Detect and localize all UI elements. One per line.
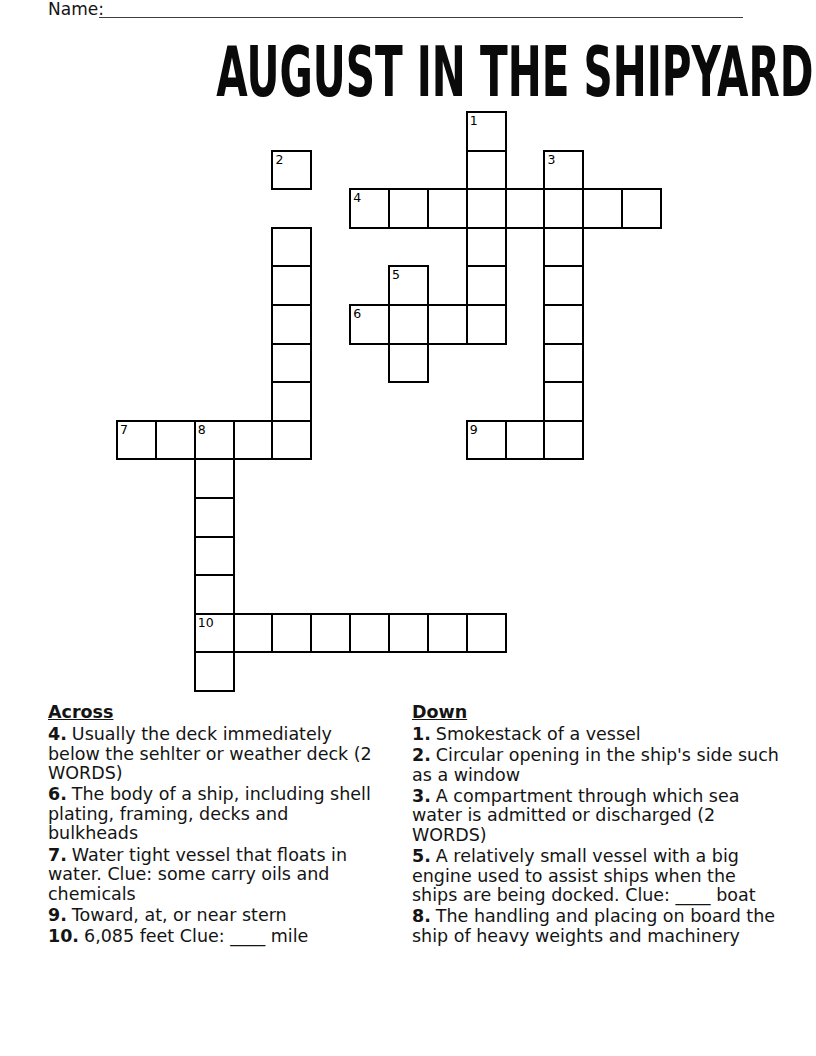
- grid-cell-r11c2[interactable]: [195, 537, 234, 576]
- down-header: Down: [412, 702, 780, 722]
- grid-cell-r3c9[interactable]: [467, 228, 506, 267]
- grid-cell-r12c2[interactable]: [195, 575, 234, 614]
- cell-number: 1: [470, 114, 478, 127]
- grid-cell-r1c4[interactable]: 2: [272, 151, 311, 190]
- grid-cell-r3c4[interactable]: [272, 228, 311, 267]
- cell-number: 2: [275, 153, 283, 166]
- clue-text: A compartment through which sea water is…: [412, 786, 739, 845]
- grid-cell-r8c3[interactable]: [234, 421, 273, 460]
- grid-cell-r7c4[interactable]: [272, 382, 311, 421]
- cell-number: 8: [198, 423, 206, 436]
- grid-cell-r9c2[interactable]: [195, 459, 234, 498]
- grid-cell-r5c11[interactable]: [544, 305, 583, 344]
- clue-down-2: 2.Circular opening in the ship's side su…: [412, 746, 780, 785]
- grid-cell-r8c11[interactable]: [544, 421, 583, 460]
- grid-cell-r4c7[interactable]: 5: [389, 266, 428, 305]
- grid-cell-r13c7[interactable]: [389, 614, 428, 653]
- clue-text: Circular opening in the ship's side such…: [412, 745, 779, 785]
- grid-cell-r13c5[interactable]: [311, 614, 350, 653]
- cell-number: 9: [470, 423, 478, 436]
- grid-cell-r2c11[interactable]: [544, 189, 583, 228]
- grid-cell-r2c6[interactable]: 4: [350, 189, 389, 228]
- clue-text: The body of a ship, including shell plat…: [48, 784, 371, 843]
- grid-cell-r13c9[interactable]: [467, 614, 506, 653]
- grid-cell-r8c9[interactable]: 9: [467, 421, 506, 460]
- clue-text: Toward, at, or near stern: [72, 905, 287, 925]
- grid-cell-r5c8[interactable]: [428, 305, 467, 344]
- clue-down-3: 3.A compartment through which sea water …: [412, 787, 780, 846]
- clue-number: 1.: [412, 724, 431, 744]
- grid-cell-r5c6[interactable]: 6: [350, 305, 389, 344]
- grid-cell-r5c7[interactable]: [389, 305, 428, 344]
- clue-number: 9.: [48, 905, 67, 925]
- cell-number: 6: [353, 307, 361, 320]
- grid-cell-r2c9[interactable]: [467, 189, 506, 228]
- clue-text: A relatively small vessel with a big eng…: [412, 846, 756, 905]
- grid-cell-r2c8[interactable]: [428, 189, 467, 228]
- grid-cell-r14c2[interactable]: [195, 652, 234, 691]
- clue-down-1: 1.Smokestack of a vessel: [412, 725, 780, 745]
- cell-number: 3: [547, 153, 555, 166]
- clue-across-10: 10.6,085 feet Clue: ____ mile: [48, 927, 380, 947]
- clue-text: Water tight vessel that floats in water.…: [48, 845, 347, 904]
- grid-cell-r8c2[interactable]: 8: [195, 421, 234, 460]
- grid-cell-r3c11[interactable]: [544, 228, 583, 267]
- down-clues-section: Down 1.Smokestack of a vessel2.Circular …: [412, 702, 780, 948]
- clue-number: 5.: [412, 846, 431, 866]
- grid-cell-r8c10[interactable]: [506, 421, 545, 460]
- grid-cell-r13c8[interactable]: [428, 614, 467, 653]
- grid-cell-r4c4[interactable]: [272, 266, 311, 305]
- grid-cell-r6c11[interactable]: [544, 344, 583, 383]
- grid-cell-r10c2[interactable]: [195, 498, 234, 537]
- name-fill-line[interactable]: [99, 2, 743, 18]
- grid-cell-r2c7[interactable]: [389, 189, 428, 228]
- grid-cell-r8c0[interactable]: 7: [117, 421, 156, 460]
- clue-number: 10.: [48, 926, 79, 946]
- grid-cell-r0c9[interactable]: 1: [467, 112, 506, 151]
- page-title: AUGUST IN THE SHIPYARD: [0, 37, 816, 107]
- down-clue-list: 1.Smokestack of a vessel2.Circular openi…: [412, 725, 780, 947]
- clue-across-7: 7.Water tight vessel that floats in wate…: [48, 846, 380, 905]
- clue-text: Usually the deck immediately below the s…: [48, 724, 372, 783]
- clue-number: 3.: [412, 786, 431, 806]
- across-clues-section: Across 4.Usually the deck immediately be…: [48, 702, 380, 948]
- clue-across-4: 4.Usually the deck immediately below the…: [48, 725, 380, 784]
- across-header: Across: [48, 702, 380, 722]
- across-clue-list: 4.Usually the deck immediately below the…: [48, 725, 380, 947]
- clue-text: Smokestack of a vessel: [436, 724, 641, 744]
- grid-cell-r13c6[interactable]: [350, 614, 389, 653]
- grid-cell-r4c9[interactable]: [467, 266, 506, 305]
- crossword-board: 12345678910: [117, 112, 661, 691]
- grid-cell-r1c11[interactable]: 3: [544, 151, 583, 190]
- clue-text: The handling and placing on board the sh…: [412, 906, 775, 946]
- grid-cell-r5c4[interactable]: [272, 305, 311, 344]
- grid-cell-r2c12[interactable]: [583, 189, 622, 228]
- clue-text: 6,085 feet Clue: ____ mile: [84, 926, 308, 946]
- cell-number: 4: [353, 191, 361, 204]
- grid-cell-r7c11[interactable]: [544, 382, 583, 421]
- clue-down-5: 5.A relatively small vessel with a big e…: [412, 847, 780, 906]
- grid-cell-r4c11[interactable]: [544, 266, 583, 305]
- grid-cell-r13c3[interactable]: [234, 614, 273, 653]
- grid-cell-r13c4[interactable]: [272, 614, 311, 653]
- grid-cell-r6c7[interactable]: [389, 344, 428, 383]
- grid-cell-r2c13[interactable]: [622, 189, 661, 228]
- grid-cell-r5c9[interactable]: [467, 305, 506, 344]
- worksheet-page: Name: AUGUST IN THE SHIPYARD 12345678910…: [0, 0, 816, 1056]
- clue-across-6: 6.The body of a ship, including shell pl…: [48, 785, 380, 844]
- grid-cell-r13c2[interactable]: 10: [195, 614, 234, 653]
- cell-number: 7: [120, 423, 128, 436]
- cell-number: 10: [198, 616, 214, 629]
- clue-number: 4.: [48, 724, 67, 744]
- grid-cell-r2c10[interactable]: [506, 189, 545, 228]
- cell-number: 5: [392, 268, 400, 281]
- clue-number: 7.: [48, 845, 67, 865]
- grid-cell-r8c1[interactable]: [156, 421, 195, 460]
- name-label: Name:: [48, 0, 104, 19]
- clue-number: 2.: [412, 745, 431, 765]
- grid-cell-r6c4[interactable]: [272, 344, 311, 383]
- clue-across-9: 9.Toward, at, or near stern: [48, 906, 380, 926]
- grid-cell-r1c9[interactable]: [467, 151, 506, 190]
- clue-number: 6.: [48, 784, 67, 804]
- clue-down-8: 8.The handling and placing on board the …: [412, 907, 780, 946]
- page-title-text: AUGUST IN THE SHIPYARD: [216, 37, 813, 107]
- clue-number: 8.: [412, 906, 431, 926]
- grid-cell-r8c4[interactable]: [272, 421, 311, 460]
